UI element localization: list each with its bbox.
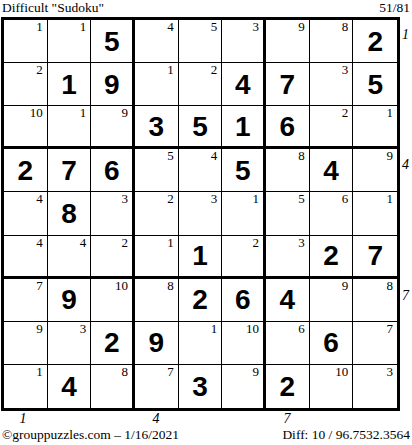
cell-r1c3: 5 xyxy=(91,20,135,63)
clue-index: 9 xyxy=(387,149,394,163)
cell-r8c3: 2 xyxy=(91,322,135,365)
row-group-label-1: 1 xyxy=(402,28,409,42)
cell-digit: 9 xyxy=(48,279,91,321)
col-group-label-1: 1 xyxy=(20,412,27,426)
cell-r4c1: 2 xyxy=(4,149,48,192)
cell-digit: 5 xyxy=(353,63,397,105)
cell-r2c9: 5 xyxy=(353,63,397,106)
cell-digit: 6 xyxy=(266,106,309,146)
clue-index: 3 xyxy=(211,192,218,206)
clue-index: 10 xyxy=(246,322,259,336)
cell-r1c6: 3 xyxy=(222,20,266,63)
cell-r7c9: 8 xyxy=(353,279,397,322)
clue-index: 9 xyxy=(342,279,349,293)
clue-index: 2 xyxy=(211,63,218,77)
cell-digit: 7 xyxy=(353,236,397,276)
cell-digit: 5 xyxy=(222,149,263,191)
cell-r9c9: 3 xyxy=(353,365,397,408)
cell-r2c2: 1 xyxy=(48,63,92,106)
cell-digit: 2 xyxy=(310,236,353,276)
cell-r8c9: 7 xyxy=(353,322,397,365)
clue-index: 5 xyxy=(167,149,174,163)
cell-r6c8: 2 xyxy=(310,236,354,279)
cell-r7c3: 10 xyxy=(91,279,135,322)
clue-index: 10 xyxy=(115,279,128,293)
cell-r4c3: 6 xyxy=(91,149,135,192)
clue-index: 1 xyxy=(36,365,43,379)
cell-r2c4: 1 xyxy=(135,63,179,106)
cell-r6c7: 3 xyxy=(266,236,310,279)
clue-index: 1 xyxy=(387,192,394,206)
cell-digit: 6 xyxy=(310,322,353,364)
cell-r3c9: 1 xyxy=(353,106,397,149)
cell-r3c7: 6 xyxy=(266,106,310,149)
clue-index: 1 xyxy=(387,106,394,120)
row-group-label-4: 4 xyxy=(402,158,409,172)
cell-digit: 2 xyxy=(353,20,397,62)
col-group-label-7: 7 xyxy=(284,412,291,426)
cell-r4c4: 5 xyxy=(135,149,179,192)
cell-r8c5: 1 xyxy=(179,322,223,365)
cell-r2c8: 3 xyxy=(310,63,354,106)
clue-index: 9 xyxy=(122,106,129,120)
cell-digit: 3 xyxy=(179,365,222,408)
cell-r1c4: 4 xyxy=(135,20,179,63)
cell-r7c7: 4 xyxy=(266,279,310,322)
cell-digit: 9 xyxy=(135,322,178,364)
cell-r6c6: 2 xyxy=(222,236,266,279)
cell-digit: 5 xyxy=(91,20,132,62)
clue-index: 9 xyxy=(36,322,43,336)
cell-r1c2: 1 xyxy=(48,20,92,63)
clue-index: 7 xyxy=(387,322,394,336)
clue-index: 5 xyxy=(211,20,218,34)
cell-r2c6: 4 xyxy=(222,63,266,106)
cell-r9c5: 3 xyxy=(179,365,223,408)
cell-r4c2: 7 xyxy=(48,149,92,192)
difficulty-text: Diff: 10 / 96.7532.3564 xyxy=(282,427,410,443)
page-footer: ©grouppuzzles.com – 1/16/2021 Diff: 10 /… xyxy=(2,427,410,443)
clue-index: 5 xyxy=(298,192,305,206)
cell-r1c9: 2 xyxy=(353,20,397,63)
cell-digit: 6 xyxy=(91,149,132,191)
cell-r9c4: 7 xyxy=(135,365,179,408)
clue-index: 4 xyxy=(36,192,43,206)
cell-digit: 2 xyxy=(4,149,47,191)
cell-r3c4: 3 xyxy=(135,106,179,149)
clue-index: 8 xyxy=(387,279,394,293)
clue-index: 4 xyxy=(36,236,43,250)
progress-counter: 51/81 xyxy=(379,0,410,16)
clue-index: 1 xyxy=(253,192,260,206)
cell-digit: 8 xyxy=(48,192,91,234)
cell-digit: 4 xyxy=(222,63,263,105)
clue-index: 7 xyxy=(167,365,174,379)
clue-index: 4 xyxy=(167,20,174,34)
cell-digit: 2 xyxy=(91,322,132,364)
cell-r7c2: 9 xyxy=(48,279,92,322)
cell-r9c8: 10 xyxy=(310,365,354,408)
cell-r6c5: 1 xyxy=(179,236,223,279)
cell-digit: 1 xyxy=(48,63,91,105)
clue-index: 1 xyxy=(36,20,43,34)
cell-r8c4: 9 xyxy=(135,322,179,365)
cell-r6c3: 2 xyxy=(91,236,135,279)
cell-r6c9: 7 xyxy=(353,236,397,279)
clue-index: 3 xyxy=(253,20,260,34)
clue-index: 10 xyxy=(30,106,43,120)
clue-index: 1 xyxy=(167,63,174,77)
cell-r2c3: 9 xyxy=(91,63,135,106)
cell-r1c1: 1 xyxy=(4,20,48,63)
cell-r5c2: 8 xyxy=(48,192,92,235)
clue-index: 1 xyxy=(80,106,87,120)
cell-r1c5: 5 xyxy=(179,20,223,63)
cell-digit: 3 xyxy=(135,106,178,146)
cell-r4c9: 9 xyxy=(353,149,397,192)
cell-r9c6: 9 xyxy=(222,365,266,408)
clue-index: 3 xyxy=(80,322,87,336)
cell-r8c1: 9 xyxy=(4,322,48,365)
clue-index: 3 xyxy=(387,365,394,379)
cell-r9c1: 1 xyxy=(4,365,48,408)
cell-r4c7: 8 xyxy=(266,149,310,192)
cell-digit: 6 xyxy=(222,279,263,321)
cell-r8c2: 3 xyxy=(48,322,92,365)
cell-r5c3: 3 xyxy=(91,192,135,235)
cell-digit: 1 xyxy=(222,106,263,146)
cell-r5c9: 1 xyxy=(353,192,397,235)
cell-r7c4: 8 xyxy=(135,279,179,322)
cell-r8c6: 10 xyxy=(222,322,266,365)
clue-index: 3 xyxy=(342,63,349,77)
cell-r5c6: 1 xyxy=(222,192,266,235)
cell-digit: 1 xyxy=(179,236,222,276)
clue-index: 8 xyxy=(342,20,349,34)
cell-digit: 5 xyxy=(179,106,222,146)
cell-r5c7: 5 xyxy=(266,192,310,235)
clue-index: 8 xyxy=(298,149,305,163)
cell-r3c6: 1 xyxy=(222,106,266,149)
sudoku-grid: 1154539822191247351019351621276545849483… xyxy=(1,17,400,411)
cell-digit: 2 xyxy=(179,279,222,321)
cell-r2c1: 2 xyxy=(4,63,48,106)
cell-r9c2: 4 xyxy=(48,365,92,408)
cell-r6c1: 4 xyxy=(4,236,48,279)
cell-r5c1: 4 xyxy=(4,192,48,235)
cell-digit: 9 xyxy=(91,63,132,105)
clue-index: 2 xyxy=(342,106,349,120)
cell-r5c8: 6 xyxy=(310,192,354,235)
clue-index: 8 xyxy=(122,365,129,379)
clue-index: 2 xyxy=(253,236,260,250)
col-group-label-4: 4 xyxy=(153,412,160,426)
clue-index: 8 xyxy=(167,279,174,293)
cell-r8c7: 6 xyxy=(266,322,310,365)
clue-index: 9 xyxy=(253,365,260,379)
clue-index: 6 xyxy=(342,192,349,206)
cell-r5c5: 3 xyxy=(179,192,223,235)
clue-index: 10 xyxy=(335,365,348,379)
cell-r3c3: 9 xyxy=(91,106,135,149)
clue-index: 2 xyxy=(167,192,174,206)
cell-r1c8: 8 xyxy=(310,20,354,63)
cell-digit: 4 xyxy=(266,279,309,321)
cell-r9c7: 2 xyxy=(266,365,310,408)
clue-index: 2 xyxy=(122,236,129,250)
cell-r7c5: 2 xyxy=(179,279,223,322)
page-header: Difficult "Sudoku" 51/81 xyxy=(2,0,410,16)
clue-index: 3 xyxy=(298,236,305,250)
clue-index: 3 xyxy=(122,192,129,206)
clue-index: 4 xyxy=(211,149,218,163)
row-group-label-7: 7 xyxy=(402,289,409,303)
cell-r2c5: 2 xyxy=(179,63,223,106)
cell-r7c8: 9 xyxy=(310,279,354,322)
cell-r7c6: 6 xyxy=(222,279,266,322)
cell-r1c7: 9 xyxy=(266,20,310,63)
copyright-text: ©grouppuzzles.com – 1/16/2021 xyxy=(2,427,179,443)
clue-index: 4 xyxy=(80,236,87,250)
cell-r8c8: 6 xyxy=(310,322,354,365)
cell-digit: 4 xyxy=(310,149,353,191)
clue-index: 2 xyxy=(36,63,43,77)
clue-index: 9 xyxy=(298,20,305,34)
cell-r4c6: 5 xyxy=(222,149,266,192)
clue-index: 7 xyxy=(36,279,43,293)
cell-r6c2: 4 xyxy=(48,236,92,279)
page-title: Difficult "Sudoku" xyxy=(2,0,104,16)
cell-r7c1: 7 xyxy=(4,279,48,322)
cell-digit: 7 xyxy=(48,149,91,191)
clue-index: 1 xyxy=(211,322,218,336)
cell-r3c2: 1 xyxy=(48,106,92,149)
cell-r9c3: 8 xyxy=(91,365,135,408)
cell-digit: 7 xyxy=(266,63,309,105)
cell-r2c7: 7 xyxy=(266,63,310,106)
cell-r3c5: 5 xyxy=(179,106,223,149)
cell-digit: 4 xyxy=(48,365,91,408)
cell-r3c8: 2 xyxy=(310,106,354,149)
cell-digit: 2 xyxy=(266,365,309,408)
cell-r4c8: 4 xyxy=(310,149,354,192)
clue-index: 1 xyxy=(167,236,174,250)
clue-index: 6 xyxy=(298,322,305,336)
cell-r5c4: 2 xyxy=(135,192,179,235)
cell-r3c1: 10 xyxy=(4,106,48,149)
clue-index: 1 xyxy=(80,20,87,34)
cell-r6c4: 1 xyxy=(135,236,179,279)
cell-r4c5: 4 xyxy=(179,149,223,192)
